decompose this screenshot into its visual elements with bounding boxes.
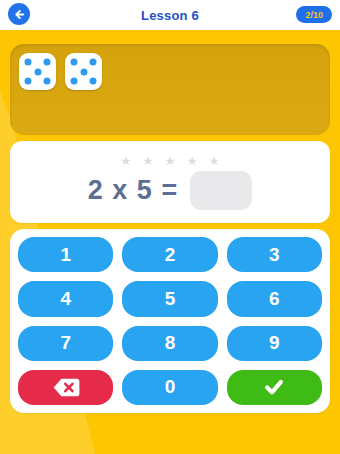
die-2 [65,53,102,90]
key-6[interactable]: 6 [227,281,322,316]
key-8[interactable]: 8 [122,326,217,361]
problem-card: ★ ★ ★ ★ ★ 2 x 5 = [10,141,330,223]
key-3[interactable]: 3 [227,237,322,272]
equation-text: 2 x 5 = [88,175,178,206]
key-2[interactable]: 2 [122,237,217,272]
stars-row: ★ ★ ★ ★ ★ [116,154,223,168]
page-title: Lesson 6 [0,0,340,30]
top-bar: Lesson 6 2/10 [0,0,340,30]
checkmark-icon [261,376,287,398]
key-5[interactable]: 5 [122,281,217,316]
key-9[interactable]: 9 [227,326,322,361]
answer-input[interactable] [190,171,252,210]
confirm-button[interactable] [227,370,322,405]
dice-card [10,44,330,135]
key-0[interactable]: 0 [122,370,217,405]
app-screen: Lesson 6 2/10 ★ ★ ★ ★ ★ 2 x 5 = 1 2 3 4 … [0,0,340,454]
backspace-button[interactable] [18,370,113,405]
backspace-x-icon [52,377,80,398]
equation-row: 2 x 5 = [88,171,252,210]
progress-badge: 2/10 [296,6,332,23]
key-1[interactable]: 1 [18,237,113,272]
keypad: 1 2 3 4 5 6 7 8 9 0 [10,229,330,413]
die-1 [19,53,56,90]
key-4[interactable]: 4 [18,281,113,316]
key-7[interactable]: 7 [18,326,113,361]
